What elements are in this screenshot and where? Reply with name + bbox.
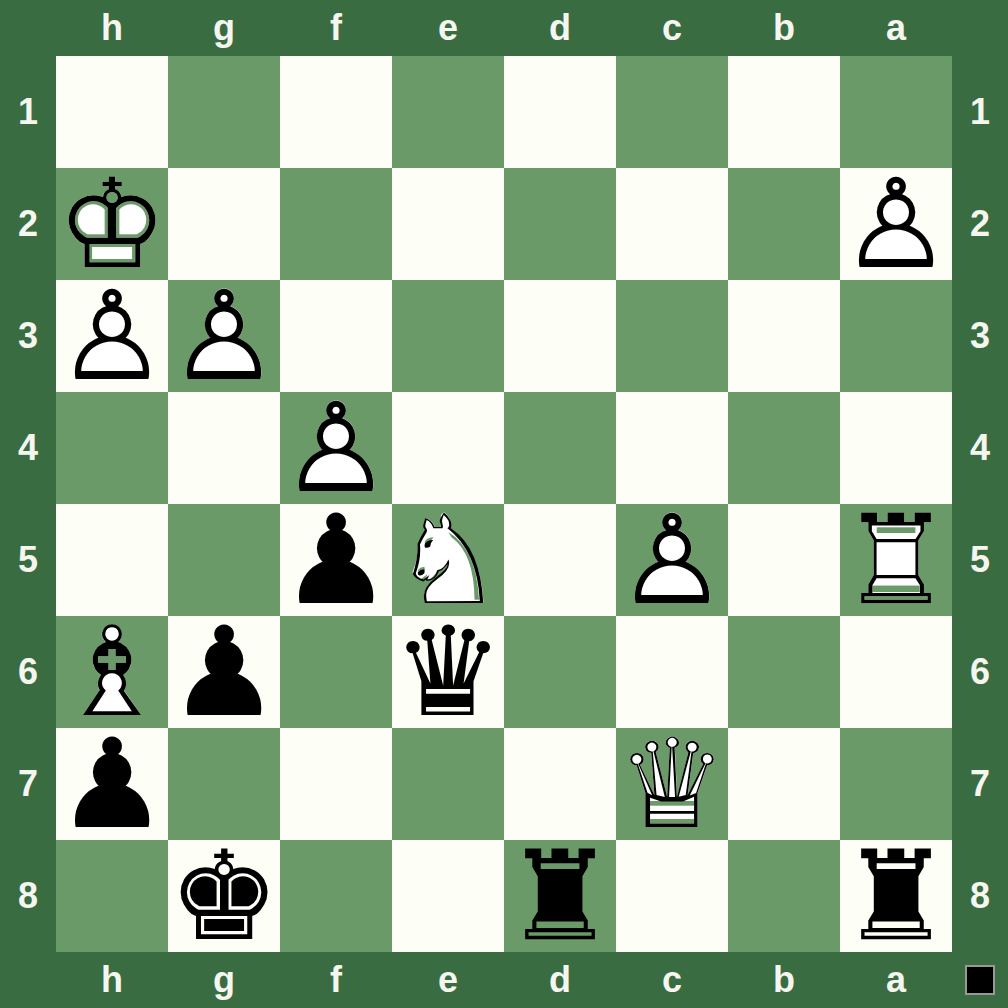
file-label-bottom-h: h: [56, 952, 168, 1008]
file-label-bottom-d: d: [504, 952, 616, 1008]
piece-white-queen-fill: ♛: [616, 728, 728, 840]
square-e5[interactable]: ♞♘: [392, 504, 504, 616]
file-label-top-a: a: [840, 0, 952, 56]
square-b2[interactable]: [728, 168, 840, 280]
file-label-bottom-g: g: [168, 952, 280, 1008]
rank-label-left-1: 1: [0, 56, 56, 168]
chess-board: ♚♔♟♙♟♙♟♙♟♙♟♞♘♟♙♜♖♝♗♟♛♟♛♕♚♜♜: [56, 56, 952, 952]
square-e3[interactable]: [392, 280, 504, 392]
square-h2[interactable]: ♚♔: [56, 168, 168, 280]
square-c3[interactable]: [616, 280, 728, 392]
piece-white-pawn: ♙: [168, 280, 280, 392]
square-g7[interactable]: [168, 728, 280, 840]
square-b3[interactable]: [728, 280, 840, 392]
square-g4[interactable]: [168, 392, 280, 504]
square-d4[interactable]: [504, 392, 616, 504]
square-a6[interactable]: [840, 616, 952, 728]
square-b1[interactable]: [728, 56, 840, 168]
square-f4[interactable]: ♟♙: [280, 392, 392, 504]
piece-white-pawn: ♙: [56, 280, 168, 392]
rank-label-left-8: 8: [0, 840, 56, 952]
piece-black-pawn: ♟: [280, 504, 392, 616]
piece-white-pawn-fill: ♟: [616, 504, 728, 616]
square-a4[interactable]: [840, 392, 952, 504]
rank-label-left-2: 2: [0, 168, 56, 280]
square-d7[interactable]: [504, 728, 616, 840]
file-label-bottom-b: b: [728, 952, 840, 1008]
square-c4[interactable]: [616, 392, 728, 504]
square-c8[interactable]: [616, 840, 728, 952]
square-c1[interactable]: [616, 56, 728, 168]
piece-white-king-fill: ♚: [56, 168, 168, 280]
square-e8[interactable]: [392, 840, 504, 952]
rank-label-right-2: 2: [952, 168, 1008, 280]
square-f7[interactable]: [280, 728, 392, 840]
square-f1[interactable]: [280, 56, 392, 168]
square-h4[interactable]: [56, 392, 168, 504]
square-g1[interactable]: [168, 56, 280, 168]
piece-white-pawn-fill: ♟: [840, 168, 952, 280]
piece-black-pawn: ♟: [168, 616, 280, 728]
piece-white-knight: ♘: [392, 504, 504, 616]
file-labels-bottom: hgfedcba: [56, 952, 952, 1008]
rank-label-right-4: 4: [952, 392, 1008, 504]
square-e7[interactable]: [392, 728, 504, 840]
square-e1[interactable]: [392, 56, 504, 168]
square-c7[interactable]: ♛♕: [616, 728, 728, 840]
square-b7[interactable]: [728, 728, 840, 840]
piece-white-pawn: ♙: [616, 504, 728, 616]
file-label-bottom-f: f: [280, 952, 392, 1008]
square-b8[interactable]: [728, 840, 840, 952]
square-e4[interactable]: [392, 392, 504, 504]
rank-label-right-1: 1: [952, 56, 1008, 168]
square-b5[interactable]: [728, 504, 840, 616]
piece-white-queen: ♕: [616, 728, 728, 840]
piece-white-pawn-fill: ♟: [280, 392, 392, 504]
rank-label-right-3: 3: [952, 280, 1008, 392]
square-f2[interactable]: [280, 168, 392, 280]
file-label-top-h: h: [56, 0, 168, 56]
square-c2[interactable]: [616, 168, 728, 280]
square-h6[interactable]: ♝♗: [56, 616, 168, 728]
rank-label-left-3: 3: [0, 280, 56, 392]
file-label-top-b: b: [728, 0, 840, 56]
file-label-bottom-e: e: [392, 952, 504, 1008]
rank-label-right-7: 7: [952, 728, 1008, 840]
square-f8[interactable]: [280, 840, 392, 952]
file-label-top-d: d: [504, 0, 616, 56]
square-d1[interactable]: [504, 56, 616, 168]
chess-board-frame: hgfedcba hgfedcba 12345678 12345678 ♚♔♟♙…: [0, 0, 1008, 1008]
piece-white-pawn: ♙: [280, 392, 392, 504]
rank-label-left-7: 7: [0, 728, 56, 840]
piece-black-king: ♚: [168, 840, 280, 952]
square-g5[interactable]: [168, 504, 280, 616]
piece-white-pawn: ♙: [840, 168, 952, 280]
square-b4[interactable]: [728, 392, 840, 504]
piece-white-pawn-fill: ♟: [56, 280, 168, 392]
piece-black-rook: ♜: [840, 840, 952, 952]
rank-label-right-6: 6: [952, 616, 1008, 728]
file-label-bottom-a: a: [840, 952, 952, 1008]
square-c6[interactable]: [616, 616, 728, 728]
square-h5[interactable]: [56, 504, 168, 616]
rank-label-left-6: 6: [0, 616, 56, 728]
square-g3[interactable]: ♟♙: [168, 280, 280, 392]
file-label-top-c: c: [616, 0, 728, 56]
square-d2[interactable]: [504, 168, 616, 280]
square-f3[interactable]: [280, 280, 392, 392]
square-d5[interactable]: [504, 504, 616, 616]
square-g2[interactable]: [168, 168, 280, 280]
rank-label-right-8: 8: [952, 840, 1008, 952]
square-a5[interactable]: ♜♖: [840, 504, 952, 616]
square-e2[interactable]: [392, 168, 504, 280]
piece-white-pawn-fill: ♟: [168, 280, 280, 392]
file-label-bottom-c: c: [616, 952, 728, 1008]
square-h1[interactable]: [56, 56, 168, 168]
square-a2[interactable]: ♟♙: [840, 168, 952, 280]
square-f5[interactable]: ♟: [280, 504, 392, 616]
side-to-move-indicator: [965, 965, 995, 995]
square-a7[interactable]: [840, 728, 952, 840]
square-g8[interactable]: ♚: [168, 840, 280, 952]
square-f6[interactable]: [280, 616, 392, 728]
square-d3[interactable]: [504, 280, 616, 392]
square-h8[interactable]: [56, 840, 168, 952]
square-b6[interactable]: [728, 616, 840, 728]
square-h3[interactable]: ♟♙: [56, 280, 168, 392]
file-label-top-f: f: [280, 0, 392, 56]
piece-white-king: ♔: [56, 168, 168, 280]
square-a3[interactable]: [840, 280, 952, 392]
file-label-top-e: e: [392, 0, 504, 56]
square-a1[interactable]: [840, 56, 952, 168]
rank-label-left-4: 4: [0, 392, 56, 504]
square-d6[interactable]: [504, 616, 616, 728]
square-g6[interactable]: ♟: [168, 616, 280, 728]
square-h7[interactable]: ♟: [56, 728, 168, 840]
rank-label-left-5: 5: [0, 504, 56, 616]
square-a8[interactable]: ♜: [840, 840, 952, 952]
file-label-top-g: g: [168, 0, 280, 56]
piece-black-queen: ♛: [392, 616, 504, 728]
rank-labels-right: 12345678: [952, 56, 1008, 952]
square-c5[interactable]: ♟♙: [616, 504, 728, 616]
rank-labels-left: 12345678: [0, 56, 56, 952]
rank-label-right-5: 5: [952, 504, 1008, 616]
piece-white-knight-fill: ♞: [392, 504, 504, 616]
piece-black-pawn: ♟: [56, 728, 168, 840]
piece-white-rook: ♖: [840, 504, 952, 616]
square-d8[interactable]: ♜: [504, 840, 616, 952]
square-e6[interactable]: ♛: [392, 616, 504, 728]
file-labels-top: hgfedcba: [56, 0, 952, 56]
piece-white-bishop-fill: ♝: [56, 616, 168, 728]
piece-white-rook-fill: ♜: [840, 504, 952, 616]
piece-black-rook: ♜: [504, 840, 616, 952]
piece-white-bishop: ♗: [56, 616, 168, 728]
